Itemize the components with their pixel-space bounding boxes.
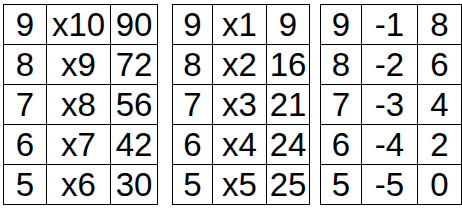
table-row: 7 x3 21 xyxy=(173,85,310,125)
cell-operand: 8 xyxy=(321,45,362,85)
table-row: 5 x5 25 xyxy=(173,165,310,205)
cell-operation: -3 xyxy=(362,85,418,125)
facts-table-subtraction: 9 -1 8 8 -2 6 7 -3 4 6 -4 2 5 -5 xyxy=(320,4,462,205)
cell-operation: x1 xyxy=(213,5,267,45)
cell-operation: x4 xyxy=(213,125,267,165)
cell-result: 0 xyxy=(418,165,462,205)
cell-operand: 9 xyxy=(173,5,213,45)
cell-result: 90 xyxy=(111,5,158,45)
cell-result: 24 xyxy=(267,125,310,165)
cell-operation: x6 xyxy=(47,165,111,205)
table-row: 5 x6 30 xyxy=(4,165,158,205)
cell-operand: 6 xyxy=(321,125,362,165)
cell-operation: x2 xyxy=(213,45,267,85)
cell-operation: x9 xyxy=(47,45,111,85)
cell-operand: 8 xyxy=(4,45,47,85)
cell-operand: 6 xyxy=(173,125,213,165)
cell-result: 8 xyxy=(418,5,462,45)
table-row: 6 -4 2 xyxy=(321,125,462,165)
cell-operation: x5 xyxy=(213,165,267,205)
cell-result: 16 xyxy=(267,45,310,85)
table-row: 8 x2 16 xyxy=(173,45,310,85)
cell-operation: -4 xyxy=(362,125,418,165)
cell-operand: 5 xyxy=(4,165,47,205)
cell-result: 30 xyxy=(111,165,158,205)
cell-operand: 7 xyxy=(321,85,362,125)
cell-result: 9 xyxy=(267,5,310,45)
table-row: 9 x10 90 xyxy=(4,5,158,45)
cell-operation: x7 xyxy=(47,125,111,165)
cell-operation: -1 xyxy=(362,5,418,45)
cell-operand: 9 xyxy=(321,5,362,45)
table-row: 7 -3 4 xyxy=(321,85,462,125)
cell-result: 42 xyxy=(111,125,158,165)
facts-table-multiplication-low: 9 x1 9 8 x2 16 7 x3 21 6 x4 24 5 x5 xyxy=(172,4,310,205)
cell-operand: 6 xyxy=(4,125,47,165)
cell-operation: x8 xyxy=(47,85,111,125)
table-row: 5 -5 0 xyxy=(321,165,462,205)
cell-result: 4 xyxy=(418,85,462,125)
cell-result: 2 xyxy=(418,125,462,165)
cell-result: 6 xyxy=(418,45,462,85)
cell-operand: 5 xyxy=(173,165,213,205)
cell-operation: -5 xyxy=(362,165,418,205)
worksheet: 9 x10 90 8 x9 72 7 x8 56 6 x7 42 5 x6 xyxy=(0,0,462,205)
table-row: 8 x9 72 xyxy=(4,45,158,85)
cell-operation: x10 xyxy=(47,5,111,45)
table-row: 9 -1 8 xyxy=(321,5,462,45)
cell-result: 56 xyxy=(111,85,158,125)
cell-operand: 7 xyxy=(173,85,213,125)
cell-operand: 7 xyxy=(4,85,47,125)
cell-operand: 5 xyxy=(321,165,362,205)
cell-operation: -2 xyxy=(362,45,418,85)
cell-operation: x3 xyxy=(213,85,267,125)
table-row: 8 -2 6 xyxy=(321,45,462,85)
table-row: 7 x8 56 xyxy=(4,85,158,125)
table-row: 6 x7 42 xyxy=(4,125,158,165)
cell-operand: 9 xyxy=(4,5,47,45)
cell-result: 72 xyxy=(111,45,158,85)
cell-operand: 8 xyxy=(173,45,213,85)
cell-result: 21 xyxy=(267,85,310,125)
cell-result: 25 xyxy=(267,165,310,205)
facts-table-multiplication-high: 9 x10 90 8 x9 72 7 x8 56 6 x7 42 5 x6 xyxy=(3,4,158,205)
table-row: 9 x1 9 xyxy=(173,5,310,45)
table-row: 6 x4 24 xyxy=(173,125,310,165)
